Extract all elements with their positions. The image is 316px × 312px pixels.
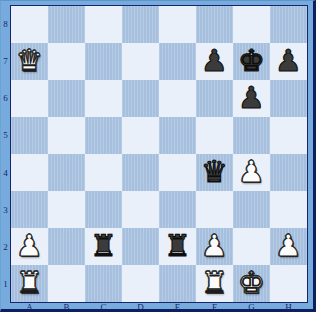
square-e2[interactable]: ♜ bbox=[159, 228, 196, 265]
square-a5[interactable] bbox=[11, 117, 48, 154]
file-label-e: E bbox=[159, 302, 196, 312]
square-g6[interactable]: ♟ bbox=[233, 80, 270, 117]
square-g7[interactable]: ♚ bbox=[233, 43, 270, 80]
black-pawn-h7[interactable]: ♟ bbox=[270, 43, 307, 80]
square-d1[interactable] bbox=[122, 265, 159, 302]
square-e5[interactable] bbox=[159, 117, 196, 154]
file-label-c: C bbox=[85, 302, 122, 312]
square-d7[interactable] bbox=[122, 43, 159, 80]
white-pawn-f2[interactable]: ♟ bbox=[196, 228, 233, 265]
square-b4[interactable] bbox=[48, 154, 85, 191]
square-h4[interactable] bbox=[270, 154, 307, 191]
square-c1[interactable] bbox=[85, 265, 122, 302]
file-labels: ABCDEFGH bbox=[11, 302, 307, 312]
square-g8[interactable] bbox=[233, 6, 270, 43]
square-h2[interactable]: ♟ bbox=[270, 228, 307, 265]
square-h1[interactable] bbox=[270, 265, 307, 302]
square-f3[interactable] bbox=[196, 191, 233, 228]
square-d2[interactable] bbox=[122, 228, 159, 265]
square-d4[interactable] bbox=[122, 154, 159, 191]
square-e7[interactable] bbox=[159, 43, 196, 80]
white-rook-f1[interactable]: ♜ bbox=[196, 265, 233, 302]
square-a1[interactable]: ♜ bbox=[11, 265, 48, 302]
chess-board: ♛♟♚♟♟♛♟♟♜♜♟♟♜♜♚ bbox=[11, 6, 307, 302]
square-b1[interactable] bbox=[48, 265, 85, 302]
square-c5[interactable] bbox=[85, 117, 122, 154]
square-h3[interactable] bbox=[270, 191, 307, 228]
file-label-d: D bbox=[122, 302, 159, 312]
square-b2[interactable] bbox=[48, 228, 85, 265]
square-f2[interactable]: ♟ bbox=[196, 228, 233, 265]
square-f1[interactable]: ♜ bbox=[196, 265, 233, 302]
file-label-f: F bbox=[196, 302, 233, 312]
square-e8[interactable] bbox=[159, 6, 196, 43]
rank-label-1: 1 bbox=[1, 266, 10, 303]
square-a7[interactable]: ♛ bbox=[11, 43, 48, 80]
square-g5[interactable] bbox=[233, 117, 270, 154]
file-label-h: H bbox=[270, 302, 307, 312]
square-c7[interactable] bbox=[85, 43, 122, 80]
square-c2[interactable]: ♜ bbox=[85, 228, 122, 265]
file-label-b: B bbox=[48, 302, 85, 312]
white-pawn-h2[interactable]: ♟ bbox=[270, 228, 307, 265]
square-f8[interactable] bbox=[196, 6, 233, 43]
square-a3[interactable] bbox=[11, 191, 48, 228]
square-b3[interactable] bbox=[48, 191, 85, 228]
black-pawn-g6[interactable]: ♟ bbox=[233, 80, 270, 117]
square-d3[interactable] bbox=[122, 191, 159, 228]
square-g2[interactable] bbox=[233, 228, 270, 265]
rank-labels: 87654321 bbox=[1, 5, 10, 303]
black-king-g7[interactable]: ♚ bbox=[233, 43, 270, 80]
square-a4[interactable] bbox=[11, 154, 48, 191]
white-rook-a1[interactable]: ♜ bbox=[11, 265, 48, 302]
white-king-g1[interactable]: ♚ bbox=[233, 265, 270, 302]
rank-label-4: 4 bbox=[1, 154, 10, 191]
black-queen-f4[interactable]: ♛ bbox=[196, 154, 233, 191]
square-e1[interactable] bbox=[159, 265, 196, 302]
square-e3[interactable] bbox=[159, 191, 196, 228]
rank-label-7: 7 bbox=[1, 42, 10, 79]
square-e4[interactable] bbox=[159, 154, 196, 191]
square-c8[interactable] bbox=[85, 6, 122, 43]
square-g1[interactable]: ♚ bbox=[233, 265, 270, 302]
chess-board-panel: 87654321 ♛♟♚♟♟♛♟♟♜♜♟♟♜♜♚ ABCDEFGH bbox=[0, 0, 316, 312]
square-d5[interactable] bbox=[122, 117, 159, 154]
square-f4[interactable]: ♛ bbox=[196, 154, 233, 191]
board-frame: ♛♟♚♟♟♛♟♟♜♜♟♟♜♜♚ bbox=[10, 5, 308, 303]
square-c3[interactable] bbox=[85, 191, 122, 228]
square-b7[interactable] bbox=[48, 43, 85, 80]
white-pawn-a2[interactable]: ♟ bbox=[11, 228, 48, 265]
square-d6[interactable] bbox=[122, 80, 159, 117]
square-g3[interactable] bbox=[233, 191, 270, 228]
black-pawn-f7[interactable]: ♟ bbox=[196, 43, 233, 80]
square-b8[interactable] bbox=[48, 6, 85, 43]
rank-label-6: 6 bbox=[1, 80, 10, 117]
square-f6[interactable] bbox=[196, 80, 233, 117]
rank-label-5: 5 bbox=[1, 117, 10, 154]
black-rook-c2[interactable]: ♜ bbox=[85, 228, 122, 265]
square-h6[interactable] bbox=[270, 80, 307, 117]
square-b5[interactable] bbox=[48, 117, 85, 154]
square-e6[interactable] bbox=[159, 80, 196, 117]
black-rook-e2[interactable]: ♜ bbox=[159, 228, 196, 265]
square-g4[interactable]: ♟ bbox=[233, 154, 270, 191]
square-d8[interactable] bbox=[122, 6, 159, 43]
square-a8[interactable] bbox=[11, 6, 48, 43]
square-h5[interactable] bbox=[270, 117, 307, 154]
file-label-g: G bbox=[233, 302, 270, 312]
square-b6[interactable] bbox=[48, 80, 85, 117]
square-h7[interactable]: ♟ bbox=[270, 43, 307, 80]
square-a6[interactable] bbox=[11, 80, 48, 117]
white-queen-a7[interactable]: ♛ bbox=[11, 43, 48, 80]
square-h8[interactable] bbox=[270, 6, 307, 43]
rank-label-3: 3 bbox=[1, 191, 10, 228]
square-c6[interactable] bbox=[85, 80, 122, 117]
square-c4[interactable] bbox=[85, 154, 122, 191]
file-label-a: A bbox=[11, 302, 48, 312]
square-a2[interactable]: ♟ bbox=[11, 228, 48, 265]
rank-label-8: 8 bbox=[1, 5, 10, 42]
square-f5[interactable] bbox=[196, 117, 233, 154]
square-f7[interactable]: ♟ bbox=[196, 43, 233, 80]
white-pawn-g4[interactable]: ♟ bbox=[233, 154, 270, 191]
rank-label-2: 2 bbox=[1, 229, 10, 266]
